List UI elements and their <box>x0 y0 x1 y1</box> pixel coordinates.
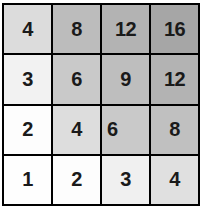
grid-cell: 12 <box>151 55 198 103</box>
grid-cell: 1 <box>4 156 51 204</box>
grid-cell: 4 <box>151 156 198 204</box>
grid-cell: 2 <box>53 156 100 204</box>
board-grid: 4812163691224681234 <box>2 3 200 206</box>
grid-cell: 2 <box>4 106 51 154</box>
grid-cell: 6 <box>53 55 100 103</box>
grid-cell: 9 <box>102 55 149 103</box>
grid-cell: 4 <box>53 106 100 154</box>
grid-cell: 6 <box>102 106 149 154</box>
grid-cell: 8 <box>151 106 198 154</box>
grid-cell: 3 <box>102 156 149 204</box>
grid-cell: 3 <box>4 55 51 103</box>
grid-cell: 16 <box>151 5 198 53</box>
grid-cell: 8 <box>53 5 100 53</box>
grid-cell: 12 <box>102 5 149 53</box>
grid-cell: 4 <box>4 5 51 53</box>
